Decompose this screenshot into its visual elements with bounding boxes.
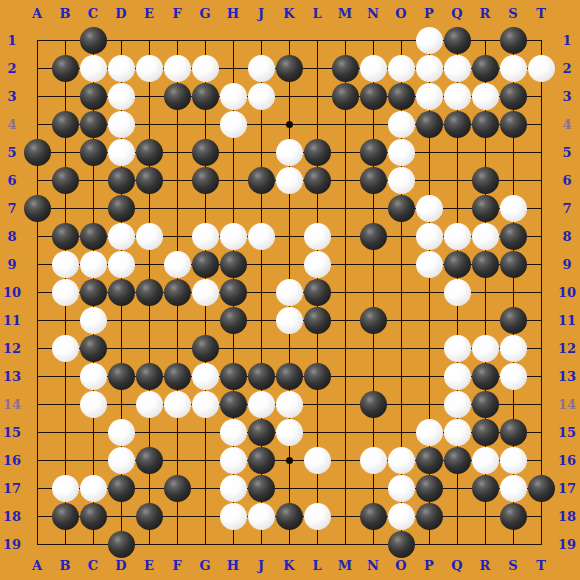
cell-M4[interactable] xyxy=(331,110,359,138)
cell-B15[interactable] xyxy=(51,418,79,446)
cell-K19[interactable] xyxy=(275,530,303,558)
cell-O4[interactable] xyxy=(387,110,415,138)
cell-R7[interactable] xyxy=(471,194,499,222)
cell-T12[interactable] xyxy=(527,334,555,362)
cell-C18[interactable] xyxy=(79,502,107,530)
cell-F4[interactable] xyxy=(163,110,191,138)
cell-E3[interactable] xyxy=(135,82,163,110)
cell-P17[interactable] xyxy=(415,474,443,502)
cell-J12[interactable] xyxy=(247,334,275,362)
cell-K11[interactable] xyxy=(275,306,303,334)
cell-Q3[interactable] xyxy=(443,82,471,110)
cell-R4[interactable] xyxy=(471,110,499,138)
cell-N17[interactable] xyxy=(359,474,387,502)
cell-O18[interactable] xyxy=(387,502,415,530)
cell-L16[interactable] xyxy=(303,446,331,474)
cell-J15[interactable] xyxy=(247,418,275,446)
cell-D1[interactable] xyxy=(107,26,135,54)
cell-J1[interactable] xyxy=(247,26,275,54)
cell-D19[interactable] xyxy=(107,530,135,558)
cell-P3[interactable] xyxy=(415,82,443,110)
cell-P8[interactable] xyxy=(415,222,443,250)
cell-O5[interactable] xyxy=(387,138,415,166)
cell-G18[interactable] xyxy=(191,502,219,530)
cell-L3[interactable] xyxy=(303,82,331,110)
cell-J14[interactable] xyxy=(247,390,275,418)
cell-N5[interactable] xyxy=(359,138,387,166)
cell-K9[interactable] xyxy=(275,250,303,278)
cell-F3[interactable] xyxy=(163,82,191,110)
cell-A5[interactable] xyxy=(23,138,51,166)
cell-C10[interactable] xyxy=(79,278,107,306)
cell-K8[interactable] xyxy=(275,222,303,250)
cell-B1[interactable] xyxy=(51,26,79,54)
cell-H3[interactable] xyxy=(219,82,247,110)
cell-N4[interactable] xyxy=(359,110,387,138)
cell-T14[interactable] xyxy=(527,390,555,418)
cell-D16[interactable] xyxy=(107,446,135,474)
cell-E1[interactable] xyxy=(135,26,163,54)
cell-F1[interactable] xyxy=(163,26,191,54)
cell-D17[interactable] xyxy=(107,474,135,502)
cell-S14[interactable] xyxy=(499,390,527,418)
cell-Q4[interactable] xyxy=(443,110,471,138)
cell-T17[interactable] xyxy=(527,474,555,502)
cell-J16[interactable] xyxy=(247,446,275,474)
cell-D5[interactable] xyxy=(107,138,135,166)
cell-P1[interactable] xyxy=(415,26,443,54)
cell-D8[interactable] xyxy=(107,222,135,250)
cell-A11[interactable] xyxy=(23,306,51,334)
cell-L15[interactable] xyxy=(303,418,331,446)
cell-R14[interactable] xyxy=(471,390,499,418)
cell-C14[interactable] xyxy=(79,390,107,418)
cell-L19[interactable] xyxy=(303,530,331,558)
cell-Q14[interactable] xyxy=(443,390,471,418)
cell-N7[interactable] xyxy=(359,194,387,222)
cell-H13[interactable] xyxy=(219,362,247,390)
cell-R10[interactable] xyxy=(471,278,499,306)
cell-C4[interactable] xyxy=(79,110,107,138)
cell-E13[interactable] xyxy=(135,362,163,390)
cell-S16[interactable] xyxy=(499,446,527,474)
cell-G9[interactable] xyxy=(191,250,219,278)
cell-J13[interactable] xyxy=(247,362,275,390)
cell-Q9[interactable] xyxy=(443,250,471,278)
cell-B8[interactable] xyxy=(51,222,79,250)
cell-B10[interactable] xyxy=(51,278,79,306)
cell-Q2[interactable] xyxy=(443,54,471,82)
cell-T2[interactable] xyxy=(527,54,555,82)
cell-Q7[interactable] xyxy=(443,194,471,222)
cell-G19[interactable] xyxy=(191,530,219,558)
cell-E12[interactable] xyxy=(135,334,163,362)
cell-F8[interactable] xyxy=(163,222,191,250)
cell-S15[interactable] xyxy=(499,418,527,446)
cell-M6[interactable] xyxy=(331,166,359,194)
cell-C16[interactable] xyxy=(79,446,107,474)
cell-J2[interactable] xyxy=(247,54,275,82)
cell-O14[interactable] xyxy=(387,390,415,418)
cell-C15[interactable] xyxy=(79,418,107,446)
cell-S9[interactable] xyxy=(499,250,527,278)
cell-L9[interactable] xyxy=(303,250,331,278)
cell-K15[interactable] xyxy=(275,418,303,446)
cell-H10[interactable] xyxy=(219,278,247,306)
cell-Q5[interactable] xyxy=(443,138,471,166)
cell-S4[interactable] xyxy=(499,110,527,138)
cell-O17[interactable] xyxy=(387,474,415,502)
cell-E16[interactable] xyxy=(135,446,163,474)
cell-J3[interactable] xyxy=(247,82,275,110)
cell-F9[interactable] xyxy=(163,250,191,278)
cell-D10[interactable] xyxy=(107,278,135,306)
cell-S19[interactable] xyxy=(499,530,527,558)
cell-J10[interactable] xyxy=(247,278,275,306)
cell-A3[interactable] xyxy=(23,82,51,110)
cell-H4[interactable] xyxy=(219,110,247,138)
cell-F11[interactable] xyxy=(163,306,191,334)
cell-E7[interactable] xyxy=(135,194,163,222)
cell-H17[interactable] xyxy=(219,474,247,502)
cell-Q15[interactable] xyxy=(443,418,471,446)
cell-N13[interactable] xyxy=(359,362,387,390)
cell-J9[interactable] xyxy=(247,250,275,278)
cell-F19[interactable] xyxy=(163,530,191,558)
cell-D3[interactable] xyxy=(107,82,135,110)
cell-A13[interactable] xyxy=(23,362,51,390)
cell-F7[interactable] xyxy=(163,194,191,222)
cell-M12[interactable] xyxy=(331,334,359,362)
cell-S3[interactable] xyxy=(499,82,527,110)
cell-G14[interactable] xyxy=(191,390,219,418)
cell-K17[interactable] xyxy=(275,474,303,502)
cell-N18[interactable] xyxy=(359,502,387,530)
cell-K5[interactable] xyxy=(275,138,303,166)
cell-E18[interactable] xyxy=(135,502,163,530)
cell-T3[interactable] xyxy=(527,82,555,110)
cell-C17[interactable] xyxy=(79,474,107,502)
cell-F10[interactable] xyxy=(163,278,191,306)
cell-A2[interactable] xyxy=(23,54,51,82)
cell-C2[interactable] xyxy=(79,54,107,82)
cell-L5[interactable] xyxy=(303,138,331,166)
cell-C12[interactable] xyxy=(79,334,107,362)
cell-N15[interactable] xyxy=(359,418,387,446)
cell-M17[interactable] xyxy=(331,474,359,502)
cell-M1[interactable] xyxy=(331,26,359,54)
cell-K3[interactable] xyxy=(275,82,303,110)
cell-J11[interactable] xyxy=(247,306,275,334)
cell-G3[interactable] xyxy=(191,82,219,110)
cell-B9[interactable] xyxy=(51,250,79,278)
cell-P13[interactable] xyxy=(415,362,443,390)
cell-C1[interactable] xyxy=(79,26,107,54)
cell-O2[interactable] xyxy=(387,54,415,82)
cell-O9[interactable] xyxy=(387,250,415,278)
cell-K12[interactable] xyxy=(275,334,303,362)
cell-Q16[interactable] xyxy=(443,446,471,474)
cell-Q8[interactable] xyxy=(443,222,471,250)
cell-B5[interactable] xyxy=(51,138,79,166)
cell-C7[interactable] xyxy=(79,194,107,222)
cell-G6[interactable] xyxy=(191,166,219,194)
cell-Q10[interactable] xyxy=(443,278,471,306)
cell-K16[interactable] xyxy=(275,446,303,474)
cell-G2[interactable] xyxy=(191,54,219,82)
cell-F6[interactable] xyxy=(163,166,191,194)
cell-L11[interactable] xyxy=(303,306,331,334)
cell-T11[interactable] xyxy=(527,306,555,334)
cell-O19[interactable] xyxy=(387,530,415,558)
cell-E5[interactable] xyxy=(135,138,163,166)
cell-R6[interactable] xyxy=(471,166,499,194)
cell-D18[interactable] xyxy=(107,502,135,530)
cell-S11[interactable] xyxy=(499,306,527,334)
cell-T8[interactable] xyxy=(527,222,555,250)
cell-O13[interactable] xyxy=(387,362,415,390)
cell-H8[interactable] xyxy=(219,222,247,250)
cell-F12[interactable] xyxy=(163,334,191,362)
cell-G1[interactable] xyxy=(191,26,219,54)
cell-M10[interactable] xyxy=(331,278,359,306)
cell-Q1[interactable] xyxy=(443,26,471,54)
cell-P5[interactable] xyxy=(415,138,443,166)
cell-M3[interactable] xyxy=(331,82,359,110)
cell-H11[interactable] xyxy=(219,306,247,334)
cell-J8[interactable] xyxy=(247,222,275,250)
cell-P14[interactable] xyxy=(415,390,443,418)
cell-P18[interactable] xyxy=(415,502,443,530)
cell-E19[interactable] xyxy=(135,530,163,558)
cell-M19[interactable] xyxy=(331,530,359,558)
cell-O1[interactable] xyxy=(387,26,415,54)
cell-D4[interactable] xyxy=(107,110,135,138)
cell-R16[interactable] xyxy=(471,446,499,474)
cell-J18[interactable] xyxy=(247,502,275,530)
cell-N3[interactable] xyxy=(359,82,387,110)
cell-H6[interactable] xyxy=(219,166,247,194)
cell-B3[interactable] xyxy=(51,82,79,110)
cell-H19[interactable] xyxy=(219,530,247,558)
cell-R15[interactable] xyxy=(471,418,499,446)
cell-F2[interactable] xyxy=(163,54,191,82)
cell-B4[interactable] xyxy=(51,110,79,138)
cell-S18[interactable] xyxy=(499,502,527,530)
cell-M9[interactable] xyxy=(331,250,359,278)
cell-F17[interactable] xyxy=(163,474,191,502)
cell-L17[interactable] xyxy=(303,474,331,502)
cell-L2[interactable] xyxy=(303,54,331,82)
cell-H15[interactable] xyxy=(219,418,247,446)
cell-B14[interactable] xyxy=(51,390,79,418)
cell-G13[interactable] xyxy=(191,362,219,390)
cell-D15[interactable] xyxy=(107,418,135,446)
cell-N6[interactable] xyxy=(359,166,387,194)
cell-D11[interactable] xyxy=(107,306,135,334)
cell-N14[interactable] xyxy=(359,390,387,418)
cell-L13[interactable] xyxy=(303,362,331,390)
cell-T15[interactable] xyxy=(527,418,555,446)
cell-T4[interactable] xyxy=(527,110,555,138)
cell-D9[interactable] xyxy=(107,250,135,278)
cell-F18[interactable] xyxy=(163,502,191,530)
cell-L4[interactable] xyxy=(303,110,331,138)
cell-E14[interactable] xyxy=(135,390,163,418)
cell-O10[interactable] xyxy=(387,278,415,306)
cell-B18[interactable] xyxy=(51,502,79,530)
cell-A12[interactable] xyxy=(23,334,51,362)
cell-B6[interactable] xyxy=(51,166,79,194)
cell-P6[interactable] xyxy=(415,166,443,194)
cell-K13[interactable] xyxy=(275,362,303,390)
cell-S1[interactable] xyxy=(499,26,527,54)
cell-R9[interactable] xyxy=(471,250,499,278)
cell-E9[interactable] xyxy=(135,250,163,278)
cell-N2[interactable] xyxy=(359,54,387,82)
cell-R18[interactable] xyxy=(471,502,499,530)
cell-A17[interactable] xyxy=(23,474,51,502)
cell-R1[interactable] xyxy=(471,26,499,54)
cell-T7[interactable] xyxy=(527,194,555,222)
cell-O6[interactable] xyxy=(387,166,415,194)
cell-P7[interactable] xyxy=(415,194,443,222)
cell-G5[interactable] xyxy=(191,138,219,166)
cell-C9[interactable] xyxy=(79,250,107,278)
cell-A7[interactable] xyxy=(23,194,51,222)
cell-F14[interactable] xyxy=(163,390,191,418)
cell-F16[interactable] xyxy=(163,446,191,474)
cell-R13[interactable] xyxy=(471,362,499,390)
cell-J4[interactable] xyxy=(247,110,275,138)
cell-D7[interactable] xyxy=(107,194,135,222)
cell-R8[interactable] xyxy=(471,222,499,250)
cell-M15[interactable] xyxy=(331,418,359,446)
cell-Q6[interactable] xyxy=(443,166,471,194)
cell-M16[interactable] xyxy=(331,446,359,474)
cell-K4[interactable] xyxy=(275,110,303,138)
cell-L1[interactable] xyxy=(303,26,331,54)
cell-M14[interactable] xyxy=(331,390,359,418)
cell-O8[interactable] xyxy=(387,222,415,250)
cell-C19[interactable] xyxy=(79,530,107,558)
cell-S5[interactable] xyxy=(499,138,527,166)
cell-J7[interactable] xyxy=(247,194,275,222)
cell-O16[interactable] xyxy=(387,446,415,474)
cell-R12[interactable] xyxy=(471,334,499,362)
cell-P15[interactable] xyxy=(415,418,443,446)
cell-C8[interactable] xyxy=(79,222,107,250)
cell-N19[interactable] xyxy=(359,530,387,558)
cell-T16[interactable] xyxy=(527,446,555,474)
cell-M11[interactable] xyxy=(331,306,359,334)
cell-E8[interactable] xyxy=(135,222,163,250)
cell-C6[interactable] xyxy=(79,166,107,194)
cell-D13[interactable] xyxy=(107,362,135,390)
cell-B17[interactable] xyxy=(51,474,79,502)
cell-H16[interactable] xyxy=(219,446,247,474)
cell-B16[interactable] xyxy=(51,446,79,474)
cell-A15[interactable] xyxy=(23,418,51,446)
cell-D12[interactable] xyxy=(107,334,135,362)
cell-B7[interactable] xyxy=(51,194,79,222)
cell-N12[interactable] xyxy=(359,334,387,362)
cell-B12[interactable] xyxy=(51,334,79,362)
cell-F5[interactable] xyxy=(163,138,191,166)
cell-N10[interactable] xyxy=(359,278,387,306)
cell-T13[interactable] xyxy=(527,362,555,390)
cell-K6[interactable] xyxy=(275,166,303,194)
cell-S8[interactable] xyxy=(499,222,527,250)
cell-D6[interactable] xyxy=(107,166,135,194)
cell-R19[interactable] xyxy=(471,530,499,558)
cell-E17[interactable] xyxy=(135,474,163,502)
cell-A19[interactable] xyxy=(23,530,51,558)
cell-N9[interactable] xyxy=(359,250,387,278)
cell-S7[interactable] xyxy=(499,194,527,222)
cell-K7[interactable] xyxy=(275,194,303,222)
cell-E2[interactable] xyxy=(135,54,163,82)
cell-L7[interactable] xyxy=(303,194,331,222)
cell-P11[interactable] xyxy=(415,306,443,334)
cell-A4[interactable] xyxy=(23,110,51,138)
cell-K1[interactable] xyxy=(275,26,303,54)
cell-H12[interactable] xyxy=(219,334,247,362)
cell-A10[interactable] xyxy=(23,278,51,306)
cell-H18[interactable] xyxy=(219,502,247,530)
cell-T5[interactable] xyxy=(527,138,555,166)
cell-L8[interactable] xyxy=(303,222,331,250)
cell-H14[interactable] xyxy=(219,390,247,418)
cell-L12[interactable] xyxy=(303,334,331,362)
cell-H9[interactable] xyxy=(219,250,247,278)
cell-T6[interactable] xyxy=(527,166,555,194)
cell-N11[interactable] xyxy=(359,306,387,334)
cell-B19[interactable] xyxy=(51,530,79,558)
cell-T1[interactable] xyxy=(527,26,555,54)
cell-C13[interactable] xyxy=(79,362,107,390)
cell-H5[interactable] xyxy=(219,138,247,166)
cell-D14[interactable] xyxy=(107,390,135,418)
cell-O15[interactable] xyxy=(387,418,415,446)
cell-R17[interactable] xyxy=(471,474,499,502)
cell-P4[interactable] xyxy=(415,110,443,138)
cell-T18[interactable] xyxy=(527,502,555,530)
cell-A16[interactable] xyxy=(23,446,51,474)
cell-P16[interactable] xyxy=(415,446,443,474)
cell-N16[interactable] xyxy=(359,446,387,474)
cell-L10[interactable] xyxy=(303,278,331,306)
cell-O11[interactable] xyxy=(387,306,415,334)
cell-G4[interactable] xyxy=(191,110,219,138)
cell-A18[interactable] xyxy=(23,502,51,530)
cell-M2[interactable] xyxy=(331,54,359,82)
cell-T9[interactable] xyxy=(527,250,555,278)
cell-Q17[interactable] xyxy=(443,474,471,502)
cell-S12[interactable] xyxy=(499,334,527,362)
cell-J19[interactable] xyxy=(247,530,275,558)
cell-S6[interactable] xyxy=(499,166,527,194)
cell-G7[interactable] xyxy=(191,194,219,222)
cell-L6[interactable] xyxy=(303,166,331,194)
cell-H1[interactable] xyxy=(219,26,247,54)
cell-H7[interactable] xyxy=(219,194,247,222)
cell-P2[interactable] xyxy=(415,54,443,82)
cell-R5[interactable] xyxy=(471,138,499,166)
cell-G17[interactable] xyxy=(191,474,219,502)
cell-P12[interactable] xyxy=(415,334,443,362)
cell-K18[interactable] xyxy=(275,502,303,530)
